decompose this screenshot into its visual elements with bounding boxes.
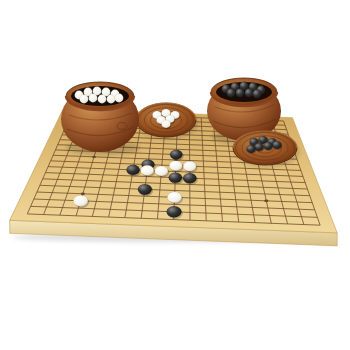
black-stone-in-bowl bbox=[245, 89, 254, 98]
go-set-scene bbox=[0, 0, 350, 350]
black-stone bbox=[169, 172, 183, 182]
white-stone-in-bowl bbox=[107, 95, 116, 104]
black-stone bbox=[138, 184, 152, 195]
go-board-photo bbox=[0, 0, 350, 350]
left-lid-white-stones bbox=[136, 103, 198, 139]
white-stone-in-bowl bbox=[115, 94, 124, 103]
black-stone-on-lid bbox=[272, 141, 281, 149]
white-stone bbox=[155, 166, 168, 176]
right-lid-black-stones bbox=[233, 131, 299, 167]
white-stone-in-bowl bbox=[98, 95, 107, 104]
black-stone bbox=[183, 173, 197, 183]
white-stone-on-lid bbox=[161, 120, 170, 128]
black-stone-in-bowl bbox=[253, 90, 262, 99]
black-stone bbox=[167, 206, 182, 217]
white-stone-in-bowl bbox=[80, 95, 89, 104]
white-stone bbox=[141, 165, 154, 175]
black-stone bbox=[170, 150, 183, 160]
white-stone bbox=[169, 161, 182, 171]
black-stone-in-bowl bbox=[236, 89, 245, 98]
white-stone bbox=[167, 192, 181, 203]
left-bowl-white-stones bbox=[61, 82, 140, 155]
white-stone-in-bowl bbox=[89, 94, 98, 103]
white-stone bbox=[73, 195, 88, 206]
black-stone bbox=[126, 165, 139, 175]
black-stone-on-lid bbox=[263, 142, 272, 150]
white-stone bbox=[183, 161, 196, 171]
black-stone-in-bowl bbox=[227, 89, 236, 98]
black-stone-on-lid bbox=[246, 145, 255, 153]
